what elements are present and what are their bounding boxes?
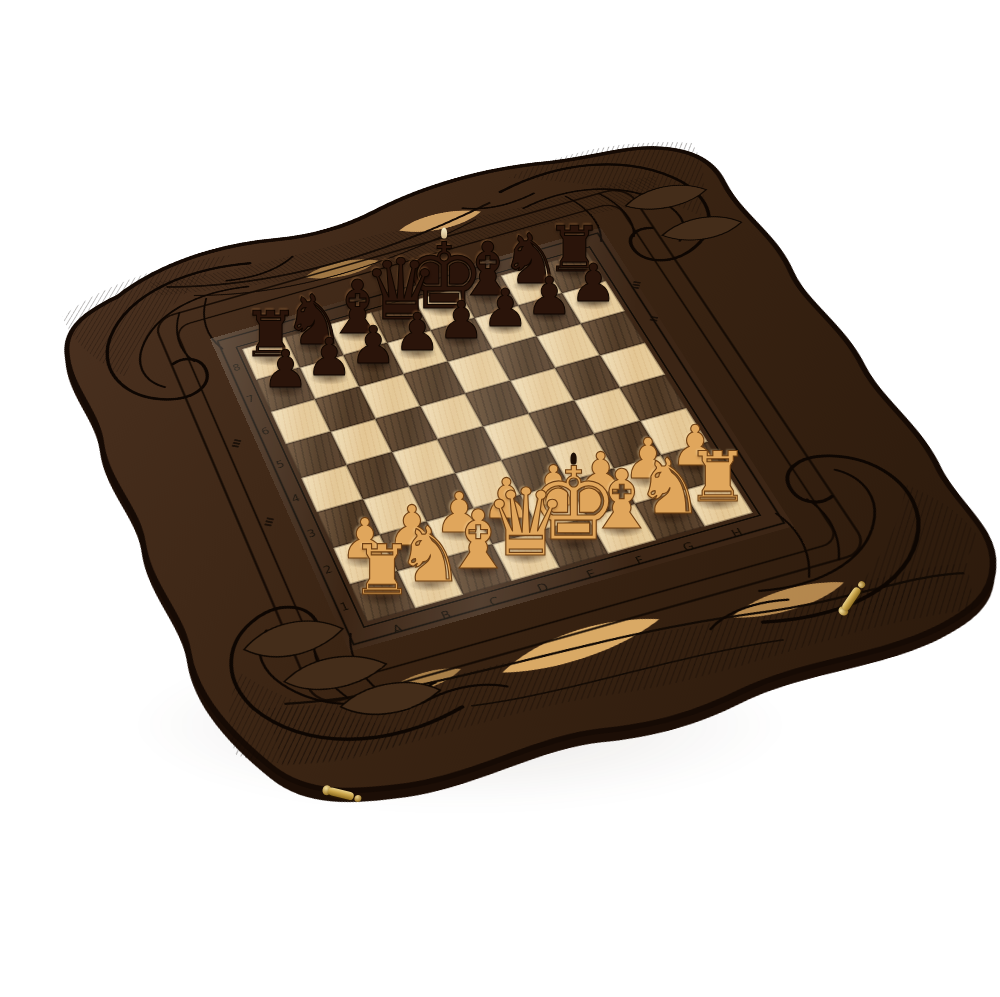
pawn-glyph: ♟ — [482, 278, 529, 338]
pawn-glyph: ♟ — [438, 290, 485, 350]
pawn-glyph: ♟ — [262, 340, 308, 400]
latch-bar — [327, 787, 354, 801]
pawn-glyph: ♟ — [306, 327, 353, 387]
pawn-glyph: ♟ — [570, 253, 617, 313]
king-finial — [441, 228, 447, 238]
pawn-glyph: ♟ — [526, 266, 573, 326]
pawn-glyph: ♟ — [394, 302, 441, 362]
piece-black-pawn-g7[interactable]: ♟ — [526, 270, 573, 322]
pawn-glyph: ♟ — [350, 315, 397, 375]
piece-black-pawn-c7[interactable]: ♟ — [350, 320, 397, 372]
piece-black-pawn-b7[interactable]: ♟ — [306, 332, 353, 384]
piece-black-pawn-e7[interactable]: ♟ — [438, 295, 485, 347]
king-finial — [570, 453, 577, 464]
piece-black-pawn-d7[interactable]: ♟ — [394, 307, 441, 359]
product-photo: 87654321ABCDEFGH ♜♞♝♛♚♝♞♜♟♟♟♟♟♟♟♟♟♟♟♟♟♟♟… — [0, 0, 1000, 997]
piece-black-pawn-f7[interactable]: ♟ — [482, 282, 529, 334]
piece-black-pawn-a7[interactable]: ♟ — [262, 345, 308, 397]
rook-glyph: ♜ — [351, 531, 413, 611]
piece-white-rook-a1[interactable]: ♜ — [351, 537, 413, 606]
piece-black-pawn-h7[interactable]: ♟ — [570, 257, 617, 309]
